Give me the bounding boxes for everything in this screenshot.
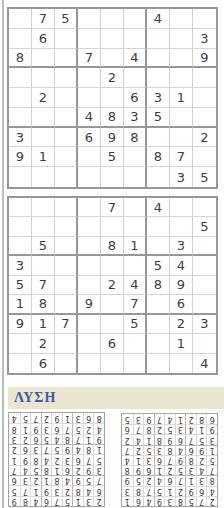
sol-right-cell-r6c1: 1 [206, 445, 217, 455]
bottom-cell-r8c6[interactable] [124, 334, 147, 353]
sol-left-cell-r1c5: 7 [51, 496, 62, 506]
top-cell-r9c6[interactable] [124, 167, 147, 187]
sol-left-cell-r2c3: 8 [72, 485, 83, 495]
sol-left-cell-r4c8: 4 [20, 465, 31, 475]
bottom-cell-r9c9[interactable]: 4 [193, 354, 216, 373]
bottom-cell-r8c3[interactable] [55, 334, 78, 353]
sol-left-cell-r5c1: 5 [93, 454, 104, 464]
bottom-cell-r4c2[interactable] [32, 256, 55, 275]
top-cell-r1c4[interactable] [78, 9, 101, 29]
top-cell-r5c1[interactable] [9, 88, 32, 108]
top-cell-r8c7[interactable]: 8 [147, 147, 170, 167]
bottom-cell-r3c2[interactable]: 5 [32, 237, 55, 256]
sol-right-cell-r9c6: 7 [154, 414, 165, 424]
top-cell-r1c1[interactable] [9, 9, 32, 29]
sol-right-cell-r2c6: 5 [154, 486, 165, 496]
bottom-cell-r2c9[interactable]: 5 [193, 217, 216, 236]
top-cell-r1c8[interactable] [170, 9, 193, 29]
bottom-cell-r6c8[interactable]: 6 [170, 295, 193, 314]
bottom-cell-r8c1[interactable] [9, 334, 32, 353]
top-cell-r5c8[interactable]: 1 [170, 88, 193, 108]
sol-left-cell-r7c4: 8 [62, 434, 73, 444]
bottom-cell-r4c3[interactable] [55, 256, 78, 275]
bottom-cell-r9c1[interactable] [9, 354, 32, 373]
sol-right-cell-r3c2: 3 [196, 475, 207, 485]
sol-right-cell-r1c3: 5 [185, 496, 196, 506]
top-cell-r6c2[interactable] [32, 108, 55, 128]
sol-right-cell-r4c9: 8 [122, 465, 133, 475]
top-cell-r6c6[interactable]: 3 [124, 108, 147, 128]
top-cell-r8c4[interactable] [78, 147, 101, 167]
sol-left-cell-r8c3: 5 [72, 423, 83, 433]
sol-left-cell-r4c5: 1 [51, 465, 62, 475]
bottom-cell-r7c4[interactable] [78, 315, 101, 334]
sol-right-cell-r9c4: 1 [175, 414, 186, 424]
top-cell-r8c1[interactable]: 9 [9, 147, 32, 167]
sol-left-cell-r9c9: 4 [9, 413, 20, 423]
sol-right-cell-r8c7: 8 [143, 424, 154, 434]
sol-left-cell-r5c5: 2 [51, 454, 62, 464]
sol-left-cell-r8c4: 7 [62, 423, 73, 433]
sol-right-cell-r6c7: 5 [143, 445, 154, 455]
sol-left-cell-r1c4: 5 [62, 496, 73, 506]
sol-right-cell-r5c7: 3 [143, 455, 154, 465]
sol-left-cell-r8c9: 8 [9, 423, 20, 433]
sol-right-cell-r3c4: 7 [175, 475, 186, 485]
bottom-cell-r9c2[interactable]: 6 [32, 354, 55, 373]
bottom-cell-r4c4[interactable] [78, 256, 101, 275]
top-cell-r5c2[interactable]: 2 [32, 88, 55, 108]
bottom-cell-r8c7[interactable] [147, 334, 170, 353]
bottom-cell-r6c4[interactable]: 9 [78, 295, 101, 314]
bottom-cell-r6c3[interactable] [55, 295, 78, 314]
bottom-cell-r6c1[interactable]: 1 [9, 295, 32, 314]
sol-right-cell-r3c6: 4 [154, 475, 165, 485]
bottom-cell-r1c7[interactable]: 4 [147, 198, 170, 217]
sol-left-cell-r3c5: 8 [51, 475, 62, 485]
sol-left-cell-r2c9: 5 [9, 485, 20, 495]
bottom-cell-r9c6[interactable] [124, 354, 147, 373]
sol-right-cell-r2c5: 1 [164, 486, 175, 496]
bottom-cell-r1c6[interactable] [124, 198, 147, 217]
sol-right-cell-r1c9: 1 [122, 496, 133, 506]
top-cell-r1c5[interactable] [101, 9, 124, 29]
sol-right-cell-r3c8: 5 [133, 475, 144, 485]
bottom-cell-r8c4[interactable] [78, 334, 101, 353]
top-cell-r7c7[interactable] [147, 128, 170, 148]
sol-left-cell-r4c2: 9 [83, 465, 94, 475]
bottom-cell-r4c9[interactable] [193, 256, 216, 275]
sol-left-cell-r5c9: 1 [9, 454, 20, 464]
solution-heading: ΛΥΣΗ [8, 390, 56, 406]
sol-right-cell-r7c2: 5 [196, 434, 207, 444]
top-cell-r4c3[interactable] [55, 68, 78, 88]
bottom-cell-r5c6[interactable]: 4 [124, 276, 147, 295]
top-cell-r3c6[interactable]: 4 [124, 49, 147, 69]
top-cell-r7c6[interactable]: 8 [124, 128, 147, 148]
top-cell-r4c4[interactable] [78, 68, 101, 88]
sol-right-cell-r2c1: 4 [206, 486, 217, 496]
top-cell-r2c8[interactable] [170, 29, 193, 49]
bottom-cell-r3c6[interactable]: 1 [124, 237, 147, 256]
bottom-cell-r7c8[interactable]: 2 [170, 315, 193, 334]
bottom-cell-r7c5[interactable] [101, 315, 124, 334]
top-cell-r9c8[interactable]: 3 [170, 167, 193, 187]
sol-right-cell-r2c2: 6 [196, 486, 207, 496]
sol-right-cell-r9c3: 2 [185, 414, 196, 424]
sol-left-cell-r3c4: 4 [62, 475, 73, 485]
top-cell-r7c9[interactable]: 2 [193, 128, 216, 148]
top-cell-r3c1[interactable]: 8 [9, 49, 32, 69]
top-cell-r1c3[interactable]: 5 [55, 9, 78, 29]
bottom-cell-r5c8[interactable]: 9 [170, 276, 193, 295]
bottom-cell-r6c9[interactable] [193, 295, 216, 314]
sol-left-cell-r2c2: 4 [83, 485, 94, 495]
top-cell-r8c3[interactable] [55, 147, 78, 167]
top-cell-r3c9[interactable]: 9 [193, 49, 216, 69]
sol-right-cell-r6c5: 8 [164, 445, 175, 455]
top-cell-r2c4[interactable] [78, 29, 101, 49]
top-cell-r7c1[interactable]: 3 [9, 128, 32, 148]
bottom-cell-r1c8[interactable] [170, 198, 193, 217]
top-cell-r1c6[interactable] [124, 9, 147, 29]
sol-right-cell-r8c4: 3 [175, 424, 186, 434]
bottom-cell-r2c8[interactable] [170, 217, 193, 236]
sol-left-cell-r4c3: 2 [72, 465, 83, 475]
top-cell-r9c3[interactable] [55, 167, 78, 187]
sol-right-cell-r2c3: 9 [185, 486, 196, 496]
bottom-cell-r7c2[interactable]: 1 [32, 315, 55, 334]
bottom-cell-r4c8[interactable]: 4 [170, 256, 193, 275]
sol-right-cell-r9c5: 4 [164, 414, 175, 424]
bottom-cell-r5c9[interactable] [193, 276, 216, 295]
sol-left-cell-r6c7: 3 [30, 444, 41, 454]
sol-left-cell-r8c2: 2 [83, 423, 94, 433]
top-cell-r9c7[interactable] [147, 167, 170, 187]
sol-left-cell-r8c5: 6 [51, 423, 62, 433]
top-cell-r6c7[interactable]: 5 [147, 108, 170, 128]
top-cell-r6c8[interactable] [170, 108, 193, 128]
sol-left-cell-r4c1: 3 [93, 465, 104, 475]
top-cell-r9c5[interactable] [101, 167, 124, 187]
sol-left-cell-r6c8: 6 [20, 444, 31, 454]
sol-right-cell-r4c6: 1 [154, 465, 165, 475]
top-cell-r1c2[interactable]: 7 [32, 9, 55, 29]
sol-right-cell-r4c1: 7 [206, 465, 217, 475]
sol-left-cell-r5c3: 6 [72, 454, 83, 464]
bottom-cell-r2c7[interactable] [147, 217, 170, 236]
sol-right-cell-r6c3: 6 [185, 445, 196, 455]
bottom-cell-r6c6[interactable]: 7 [124, 295, 147, 314]
sol-right-cell-r7c9: 2 [122, 434, 133, 444]
sol-right-cell-r7c7: 1 [143, 434, 154, 444]
sol-left-cell-r3c1: 7 [93, 475, 104, 485]
bottom-cell-r2c1[interactable] [9, 217, 32, 236]
top-cell-r6c9[interactable] [193, 108, 216, 128]
sol-left-cell-r1c2: 3 [83, 496, 94, 506]
sol-right-cell-r8c1: 9 [206, 424, 217, 434]
bottom-cell-r9c8[interactable] [170, 354, 193, 373]
sol-right-cell-r2c8: 8 [133, 486, 144, 496]
top-cell-r5c4[interactable] [78, 88, 101, 108]
sol-right-cell-r8c2: 1 [196, 424, 207, 434]
top-cell-r4c1[interactable] [9, 68, 32, 88]
bottom-cell-r8c5[interactable]: 6 [101, 334, 124, 353]
top-cell-r7c4[interactable]: 6 [78, 128, 101, 148]
sol-left-cell-r6c4: 9 [62, 444, 73, 454]
top-cell-r5c9[interactable] [193, 88, 216, 108]
bottom-cell-r7c1[interactable]: 9 [9, 315, 32, 334]
top-cell-r2c7[interactable] [147, 29, 170, 49]
bottom-cell-r7c9[interactable]: 3 [193, 315, 216, 334]
top-cell-r6c5[interactable]: 8 [101, 108, 124, 128]
bottom-cell-r6c5[interactable] [101, 295, 124, 314]
bottom-cell-r5c2[interactable]: 7 [32, 276, 55, 295]
sol-left-cell-r8c1: 4 [93, 423, 104, 433]
bottom-cell-r8c9[interactable] [193, 334, 216, 353]
top-cell-r4c5[interactable]: 2 [101, 68, 124, 88]
sol-right-cell-r7c3: 7 [185, 434, 196, 444]
bottom-cell-r4c1[interactable]: 3 [9, 256, 32, 275]
bottom-cell-r8c8[interactable]: 1 [170, 334, 193, 353]
top-cell-r2c5[interactable] [101, 29, 124, 49]
bottom-cell-r3c3[interactable] [55, 237, 78, 256]
sol-right-cell-r5c3: 8 [185, 455, 196, 465]
top-cell-r2c3[interactable] [55, 29, 78, 49]
sol-left-cell-r6c5: 5 [51, 444, 62, 454]
sol-left-cell-r2c8: 7 [20, 485, 31, 495]
top-cell-r8c6[interactable] [124, 147, 147, 167]
sol-right-cell-r5c8: 1 [133, 455, 144, 465]
top-cell-r6c4[interactable]: 4 [78, 108, 101, 128]
sol-left-cell-r1c1: 2 [93, 496, 104, 506]
solution-banner: ΛΥΣΗ [8, 387, 224, 409]
top-cell-r8c5[interactable]: 5 [101, 147, 124, 167]
sol-left-cell-r4c7: 5 [30, 465, 41, 475]
sol-right-cell-r9c2: 8 [196, 414, 207, 424]
top-cell-r3c4[interactable]: 7 [78, 49, 101, 69]
bottom-cell-r5c7[interactable]: 8 [147, 276, 170, 295]
sol-right-cell-r1c5: 3 [164, 496, 175, 506]
sol-right-cell-r4c3: 3 [185, 465, 196, 475]
bottom-cell-r8c2[interactable]: 2 [32, 334, 55, 353]
bottom-cell-r1c1[interactable] [9, 198, 32, 217]
sol-left-cell-r6c1: 1 [93, 444, 104, 454]
top-cell-r4c7[interactable] [147, 68, 170, 88]
solution-grid-left: 2315764896482391757594812363926185475763… [8, 412, 105, 507]
top-cell-r3c5[interactable] [101, 49, 124, 69]
top-cell-r4c9[interactable] [193, 68, 216, 88]
sol-left-cell-r7c9: 3 [9, 434, 20, 444]
page-root: 754638749226314835369829158735 745581335… [0, 0, 224, 508]
top-cell-r4c6[interactable] [124, 68, 147, 88]
sol-left-cell-r9c2: 6 [83, 413, 94, 423]
bottom-cell-r9c7[interactable] [147, 354, 170, 373]
solution-grid-right: 2758394614692157838317642597435216985289… [121, 413, 218, 507]
top-cell-r8c9[interactable] [193, 147, 216, 167]
sol-left-cell-r6c6: 7 [41, 444, 52, 454]
sol-right-cell-r5c4: 9 [175, 455, 186, 465]
sol-left-cell-r9c5: 9 [51, 413, 62, 423]
sol-right-cell-r2c4: 2 [175, 486, 186, 496]
sudoku-grid-bottom: 74558133545724891897691752326164 [7, 196, 218, 375]
sol-left-cell-r1c9: 9 [9, 496, 20, 506]
top-cell-r3c3[interactable] [55, 49, 78, 69]
sol-right-cell-r8c3: 4 [185, 424, 196, 434]
bottom-cell-r6c2[interactable]: 8 [32, 295, 55, 314]
bottom-cell-r7c3[interactable]: 7 [55, 315, 78, 334]
sol-right-cell-r7c1: 3 [206, 434, 217, 444]
bottom-cell-r5c4[interactable] [78, 276, 101, 295]
bottom-cell-r9c4[interactable] [78, 354, 101, 373]
bottom-cell-r5c5[interactable]: 2 [101, 276, 124, 295]
bottom-cell-r5c3[interactable] [55, 276, 78, 295]
sol-right-cell-r5c1: 5 [206, 455, 217, 465]
top-cell-r5c7[interactable]: 3 [147, 88, 170, 108]
bottom-cell-r3c8[interactable]: 3 [170, 237, 193, 256]
top-cell-r7c3[interactable] [55, 128, 78, 148]
top-cell-r5c5[interactable] [101, 88, 124, 108]
bottom-cell-r2c6[interactable] [124, 217, 147, 236]
sol-left-cell-r3c7: 2 [30, 475, 41, 485]
top-cell-r4c8[interactable] [170, 68, 193, 88]
bottom-cell-r9c3[interactable] [55, 354, 78, 373]
sol-left-cell-r5c8: 9 [20, 454, 31, 464]
sol-right-cell-r4c8: 9 [133, 465, 144, 475]
column-rule [2, 0, 4, 508]
sol-right-cell-r8c6: 2 [154, 424, 165, 434]
sol-left-cell-r9c4: 1 [62, 413, 73, 423]
top-cell-r9c2[interactable] [32, 167, 55, 187]
sol-right-cell-r8c8: 7 [133, 424, 144, 434]
sol-right-cell-r3c1: 8 [206, 475, 217, 485]
top-cell-r5c6[interactable]: 6 [124, 88, 147, 108]
top-cell-r9c1[interactable] [9, 167, 32, 187]
top-cell-r2c9[interactable]: 3 [193, 29, 216, 49]
sol-left-cell-r4c6: 8 [41, 465, 52, 475]
sol-right-cell-r7c6: 8 [154, 434, 165, 444]
sol-left-cell-r9c1: 8 [93, 413, 104, 423]
bottom-cell-r2c2[interactable] [32, 217, 55, 236]
top-cell-r7c2[interactable] [32, 128, 55, 148]
sol-left-cell-r3c9: 6 [9, 475, 20, 485]
sol-left-cell-r2c6: 9 [41, 485, 52, 495]
top-cell-r9c4[interactable] [78, 167, 101, 187]
bottom-cell-r3c4[interactable] [78, 237, 101, 256]
sol-right-cell-r4c7: 6 [143, 465, 154, 475]
sol-left-cell-r7c8: 2 [20, 434, 31, 444]
bottom-cell-r3c9[interactable] [193, 237, 216, 256]
sol-left-cell-r6c9: 2 [9, 444, 20, 454]
bottom-cell-r6c7[interactable] [147, 295, 170, 314]
top-cell-r7c8[interactable] [170, 128, 193, 148]
sol-left-cell-r7c2: 1 [83, 434, 94, 444]
sol-right-cell-r3c5: 6 [164, 475, 175, 485]
top-cell-r8c2[interactable]: 1 [32, 147, 55, 167]
bottom-cell-r4c6[interactable] [124, 256, 147, 275]
sol-right-cell-r6c2: 9 [196, 445, 207, 455]
bottom-cell-r3c5[interactable]: 8 [101, 237, 124, 256]
bottom-cell-r3c1[interactable] [9, 237, 32, 256]
sol-left-cell-r8c8: 1 [20, 423, 31, 433]
bottom-cell-r1c9[interactable] [193, 198, 216, 217]
bottom-cell-r4c5[interactable] [101, 256, 124, 275]
bottom-cell-r3c7[interactable] [147, 237, 170, 256]
bottom-cell-r2c4[interactable] [78, 217, 101, 236]
bottom-cell-r1c3[interactable] [55, 198, 78, 217]
top-cell-r1c7[interactable]: 4 [147, 9, 170, 29]
sol-right-cell-r5c5: 7 [164, 455, 175, 465]
bottom-cell-r7c6[interactable]: 5 [124, 315, 147, 334]
sol-right-cell-r7c4: 6 [175, 434, 186, 444]
top-cell-r2c6[interactable] [124, 29, 147, 49]
sol-right-cell-r5c6: 6 [154, 455, 165, 465]
sol-right-cell-r6c6: 3 [154, 445, 165, 455]
sol-left-cell-r6c3: 4 [72, 444, 83, 454]
sol-left-cell-r5c2: 7 [83, 454, 94, 464]
sol-right-cell-r6c8: 2 [133, 445, 144, 455]
top-cell-r6c1[interactable] [9, 108, 32, 128]
sol-right-cell-r6c9: 7 [122, 445, 133, 455]
top-cell-r3c8[interactable] [170, 49, 193, 69]
sol-left-cell-r1c7: 4 [30, 496, 41, 506]
sol-left-cell-r4c9: 7 [9, 465, 20, 475]
top-cell-r4c2[interactable] [32, 68, 55, 88]
bottom-cell-r1c5[interactable]: 7 [101, 198, 124, 217]
sol-right-cell-r3c7: 2 [143, 475, 154, 485]
bottom-cell-r7c7[interactable] [147, 315, 170, 334]
top-cell-r6c3[interactable] [55, 108, 78, 128]
sol-right-cell-r1c8: 6 [133, 496, 144, 506]
sol-right-cell-r2c9: 3 [122, 486, 133, 496]
top-cell-r3c7[interactable] [147, 49, 170, 69]
top-cell-r7c5[interactable]: 9 [101, 128, 124, 148]
sol-left-cell-r9c8: 5 [20, 413, 31, 423]
top-cell-r9c9[interactable]: 5 [193, 167, 216, 187]
bottom-cell-r5c1[interactable]: 5 [9, 276, 32, 295]
sol-left-cell-r2c1: 6 [93, 485, 104, 495]
sol-left-cell-r9c3: 3 [72, 413, 83, 423]
sol-right-cell-r5c9: 4 [122, 455, 133, 465]
sol-right-cell-r8c5: 5 [164, 424, 175, 434]
sol-left-cell-r1c3: 1 [72, 496, 83, 506]
top-cell-r2c1[interactable] [9, 29, 32, 49]
sol-right-cell-r4c2: 4 [196, 465, 207, 475]
sol-left-cell-r1c8: 8 [20, 496, 31, 506]
bottom-cell-r9c5[interactable] [101, 354, 124, 373]
sol-right-cell-r9c7: 9 [143, 414, 154, 424]
sol-left-cell-r7c5: 4 [51, 434, 62, 444]
bottom-cell-r2c3[interactable] [55, 217, 78, 236]
top-cell-r5c3[interactable] [55, 88, 78, 108]
sol-left-cell-r8c6: 3 [41, 423, 52, 433]
top-cell-r1c9[interactable] [193, 9, 216, 29]
bottom-cell-r2c5[interactable] [101, 217, 124, 236]
bottom-cell-r1c2[interactable] [32, 198, 55, 217]
top-cell-r8c8[interactable]: 7 [170, 147, 193, 167]
bottom-cell-r4c7[interactable]: 5 [147, 256, 170, 275]
sol-right-cell-r8c9: 6 [122, 424, 133, 434]
sol-left-cell-r7c3: 7 [72, 434, 83, 444]
sol-right-cell-r7c5: 9 [164, 434, 175, 444]
sol-left-cell-r2c7: 1 [30, 485, 41, 495]
sol-right-cell-r9c8: 3 [133, 414, 144, 424]
top-cell-r3c2[interactable] [32, 49, 55, 69]
top-cell-r2c2[interactable]: 6 [32, 29, 55, 49]
bottom-cell-r1c4[interactable] [78, 198, 101, 217]
sol-left-cell-r2c5: 3 [51, 485, 62, 495]
sudoku-grid-top: 754638749226314835369829158735 [7, 7, 218, 189]
